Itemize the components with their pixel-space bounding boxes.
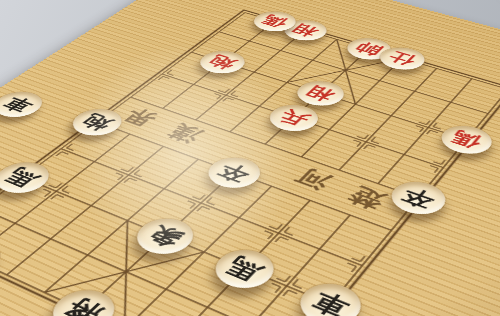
piece-character: 炮 bbox=[205, 53, 240, 71]
board-grid bbox=[0, 0, 500, 316]
piece-character: 仕 bbox=[385, 50, 419, 67]
piece-character: 兵 bbox=[275, 108, 313, 129]
piece-character: 傌 bbox=[448, 129, 486, 151]
piece-character: 炮 bbox=[78, 112, 117, 133]
piece-character: 傌 bbox=[258, 14, 291, 30]
piece-character: 車 bbox=[0, 94, 38, 114]
xiangqi-board: 楚河 漢界 帥仕相傌相炮傌兵將炮車馬象馬炮卒卒車 bbox=[0, 0, 500, 316]
xiangqi-photo-scene: 楚河 漢界 帥仕相傌相炮傌兵將炮車馬象馬炮卒卒車 bbox=[0, 0, 500, 316]
piece-black-chariot-captured[interactable]: 車 bbox=[0, 87, 52, 122]
piece-character: 相 bbox=[302, 84, 338, 103]
